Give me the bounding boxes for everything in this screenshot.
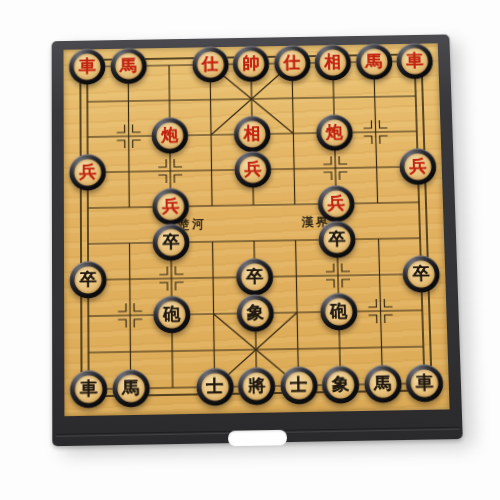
- piece-face: 卒: [157, 229, 184, 256]
- piece-face: 兵: [239, 156, 266, 183]
- piece-character: 炮: [161, 126, 178, 143]
- board-frame: 楚河 漢界 車馬仕帥仕相馬車炮相炮兵兵兵兵兵卒卒卒卒卒砲象砲車馬士將士象馬車: [52, 34, 463, 446]
- piece-character: 將: [248, 376, 265, 394]
- piece-face: 車: [74, 53, 101, 80]
- piece-character: 車: [79, 57, 96, 74]
- piece-character: 兵: [162, 197, 179, 214]
- piece-face: 兵: [157, 193, 184, 220]
- piece-face: 仕: [278, 50, 305, 77]
- piece-face: 仕: [197, 51, 224, 78]
- piece-character: 馬: [120, 57, 137, 74]
- piece-face: 象: [242, 299, 270, 327]
- piece-character: 士: [290, 376, 308, 394]
- piece-face: 卒: [323, 226, 351, 253]
- piece-character: 車: [406, 52, 423, 69]
- xiangqi-set-photo: 楚河 漢界 車馬仕帥仕相馬車炮相炮兵兵兵兵兵卒卒卒卒卒砲象砲車馬士將士象馬車: [0, 0, 500, 500]
- piece-character: 卒: [162, 233, 179, 250]
- piece-character: 兵: [409, 157, 426, 174]
- board-wood: 楚河 漢界 車馬仕帥仕相馬車炮相炮兵兵兵兵兵卒卒卒卒卒砲象砲車馬士將士象馬車: [63, 43, 449, 416]
- piece-face: 士: [201, 373, 229, 401]
- piece-face: 卒: [75, 266, 102, 294]
- piece-character: 帥: [242, 55, 259, 72]
- piece-character: 仕: [202, 55, 219, 72]
- piece-character: 仕: [283, 54, 300, 71]
- piece-face: 砲: [325, 298, 353, 326]
- piece-character: 卒: [412, 264, 430, 281]
- piece-character: 象: [332, 375, 350, 393]
- piece-face: 車: [401, 48, 428, 75]
- piece-character: 車: [416, 373, 434, 391]
- piece-face: 砲: [158, 301, 185, 329]
- piece-character: 炮: [326, 123, 343, 140]
- piece-face: 車: [75, 375, 102, 403]
- piece-face: 炮: [321, 119, 348, 146]
- piece-character: 兵: [328, 194, 345, 211]
- piece-character: 卒: [80, 270, 97, 287]
- piece-character: 砲: [330, 302, 348, 319]
- board-clasp: [228, 430, 287, 446]
- piece-character: 相: [324, 53, 341, 70]
- piece-character: 砲: [163, 305, 180, 322]
- piece-face: 兵: [322, 190, 350, 217]
- piece-character: 相: [244, 125, 261, 142]
- piece-face: 相: [319, 49, 346, 76]
- piece-character: 卒: [328, 230, 345, 247]
- piece-face: 車: [410, 369, 438, 397]
- piece-character: 兵: [79, 163, 96, 180]
- piece-face: 兵: [404, 153, 432, 180]
- piece-character: 馬: [122, 379, 139, 397]
- piece-face: 卒: [407, 260, 435, 288]
- piece-face: 馬: [117, 374, 145, 402]
- piece-character: 卒: [246, 267, 263, 284]
- piece-character: 馬: [374, 374, 392, 392]
- piece-face: 炮: [156, 122, 183, 149]
- piece-face: 相: [239, 121, 266, 148]
- piece-face: 象: [327, 371, 355, 399]
- piece-character: 車: [80, 379, 97, 397]
- piece-face: 卒: [241, 263, 269, 291]
- piece-character: 馬: [365, 53, 382, 70]
- piece-face: 將: [243, 372, 271, 400]
- piece-face: 帥: [237, 51, 264, 78]
- board-grid: 楚河 漢界: [63, 43, 449, 416]
- piece-face: 馬: [360, 49, 387, 76]
- piece-face: 馬: [369, 370, 397, 398]
- piece-face: 兵: [74, 159, 101, 186]
- piece-character: 兵: [244, 160, 261, 177]
- piece-face: 士: [285, 372, 313, 400]
- piece-character: 象: [247, 303, 264, 320]
- piece-character: 士: [206, 377, 223, 395]
- piece-face: 馬: [115, 53, 142, 80]
